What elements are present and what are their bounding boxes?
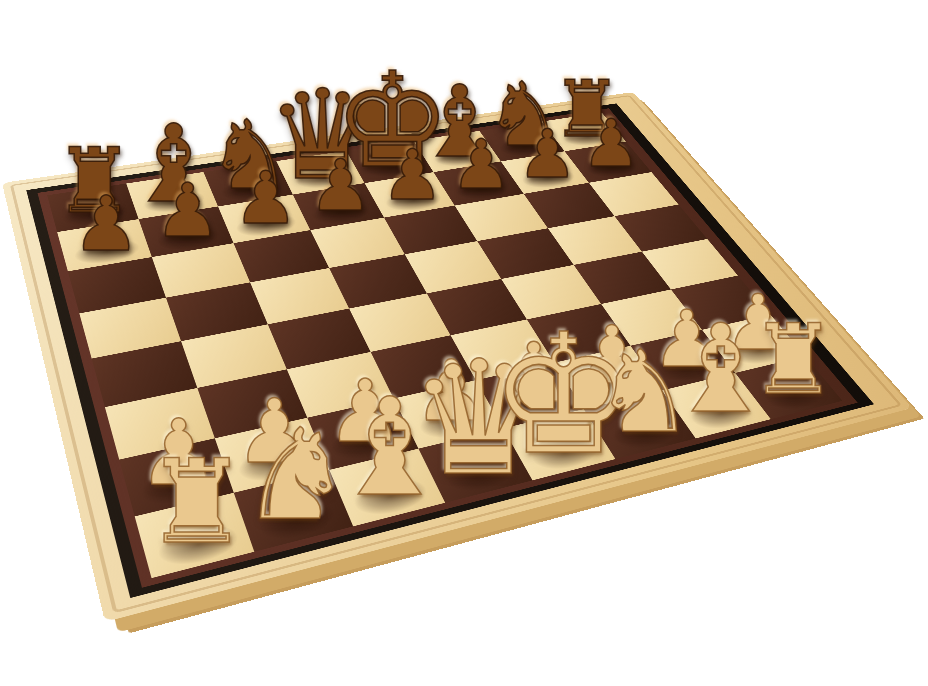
product-photo-scene: ♜♝♞♛♚♝♞♜♟♟♟♟♟♟♟♟♟♟♟♟♟♟♟♟♜♞♝♛♚♞♝♜ xyxy=(0,0,928,686)
chess-board xyxy=(2,92,912,622)
